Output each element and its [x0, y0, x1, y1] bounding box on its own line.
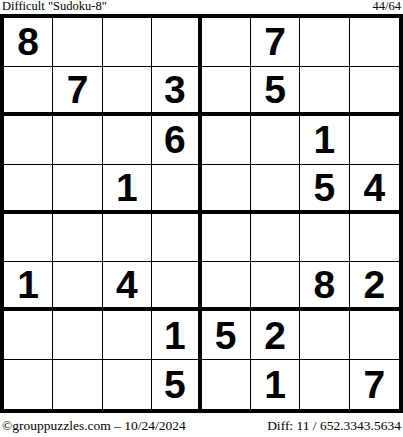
cell-r4c8[interactable]: 4	[350, 165, 399, 214]
cell-r6c1[interactable]: 1	[4, 262, 53, 311]
cell-r7c8[interactable]	[350, 311, 399, 360]
cell-r4c6[interactable]	[251, 165, 300, 214]
cell-r6c5[interactable]	[202, 262, 251, 311]
cell-r2c5[interactable]	[202, 67, 251, 116]
puzzle-page: Difficult "Sudoku-8" 44/64 8773561154148…	[0, 0, 403, 437]
cell-r8c6[interactable]: 1	[251, 360, 300, 409]
cell-r3c4[interactable]: 6	[152, 116, 201, 165]
cell-r8c5[interactable]	[202, 360, 251, 409]
cell-r8c3[interactable]	[103, 360, 152, 409]
cell-r4c1[interactable]	[4, 165, 53, 214]
cell-r2c4[interactable]: 3	[152, 67, 201, 116]
cell-r5c4[interactable]	[152, 214, 201, 263]
header: Difficult "Sudoku-8" 44/64	[0, 0, 403, 14]
cell-r5c2[interactable]	[53, 214, 102, 263]
cell-r7c1[interactable]	[4, 311, 53, 360]
puzzle-counter: 44/64	[373, 0, 401, 13]
cell-r5c3[interactable]	[103, 214, 152, 263]
cell-r4c2[interactable]	[53, 165, 102, 214]
cell-r8c2[interactable]	[53, 360, 102, 409]
cell-r4c3[interactable]: 1	[103, 165, 152, 214]
cell-r6c3[interactable]: 4	[103, 262, 152, 311]
cell-r7c2[interactable]	[53, 311, 102, 360]
cell-r3c8[interactable]	[350, 116, 399, 165]
cell-r8c1[interactable]	[4, 360, 53, 409]
cell-r4c5[interactable]	[202, 165, 251, 214]
cell-r2c7[interactable]	[300, 67, 349, 116]
cell-r1c2[interactable]	[53, 18, 102, 67]
cell-r1c1[interactable]: 8	[4, 18, 53, 67]
cell-r7c5[interactable]: 5	[202, 311, 251, 360]
cell-r2c3[interactable]	[103, 67, 152, 116]
cell-r4c7[interactable]: 5	[300, 165, 349, 214]
cell-r8c4[interactable]: 5	[152, 360, 201, 409]
cell-r2c1[interactable]	[4, 67, 53, 116]
cell-r3c2[interactable]	[53, 116, 102, 165]
cell-r1c3[interactable]	[103, 18, 152, 67]
cell-r8c7[interactable]	[300, 360, 349, 409]
cell-r3c1[interactable]	[4, 116, 53, 165]
cell-r5c7[interactable]	[300, 214, 349, 263]
copyright-date: ©grouppuzzles.com – 10/24/2024	[2, 417, 186, 435]
cell-r5c5[interactable]	[202, 214, 251, 263]
cell-r8c8[interactable]: 7	[350, 360, 399, 409]
cell-r1c7[interactable]	[300, 18, 349, 67]
cell-r3c7[interactable]: 1	[300, 116, 349, 165]
cell-r2c8[interactable]	[350, 67, 399, 116]
difficulty-rating: Diff: 11 / 652.3343.5634	[267, 417, 401, 435]
cell-r2c6[interactable]: 5	[251, 67, 300, 116]
cell-r7c7[interactable]	[300, 311, 349, 360]
sudoku-board: 87735611541482152517	[0, 14, 403, 413]
cell-r4c4[interactable]	[152, 165, 201, 214]
cell-r1c5[interactable]	[202, 18, 251, 67]
puzzle-title: Difficult "Sudoku-8"	[2, 0, 107, 13]
cell-r1c6[interactable]: 7	[251, 18, 300, 67]
cell-r3c6[interactable]	[251, 116, 300, 165]
cell-r6c2[interactable]	[53, 262, 102, 311]
cell-r5c1[interactable]	[4, 214, 53, 263]
cell-r6c7[interactable]: 8	[300, 262, 349, 311]
cell-r1c8[interactable]	[350, 18, 399, 67]
cell-r1c4[interactable]	[152, 18, 201, 67]
cell-r3c3[interactable]	[103, 116, 152, 165]
cell-r2c2[interactable]: 7	[53, 67, 102, 116]
cell-r7c3[interactable]	[103, 311, 152, 360]
cell-r6c6[interactable]	[251, 262, 300, 311]
cell-r6c4[interactable]	[152, 262, 201, 311]
cell-r6c8[interactable]: 2	[350, 262, 399, 311]
cell-r5c6[interactable]	[251, 214, 300, 263]
cell-r3c5[interactable]	[202, 116, 251, 165]
footer: ©grouppuzzles.com – 10/24/2024 Diff: 11 …	[0, 415, 403, 435]
cell-r5c8[interactable]	[350, 214, 399, 263]
cell-r7c6[interactable]: 2	[251, 311, 300, 360]
cell-r7c4[interactable]: 1	[152, 311, 201, 360]
